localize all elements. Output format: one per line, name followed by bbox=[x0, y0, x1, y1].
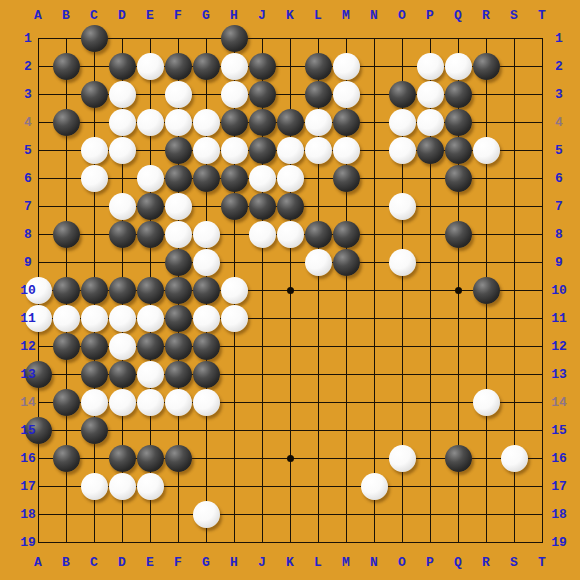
intersection-E12[interactable] bbox=[136, 332, 164, 360]
intersection-C18[interactable] bbox=[80, 500, 108, 528]
intersection-M2[interactable] bbox=[332, 52, 360, 80]
intersection-H13[interactable] bbox=[220, 360, 248, 388]
intersection-R13[interactable] bbox=[472, 360, 500, 388]
intersection-D19[interactable] bbox=[108, 528, 136, 556]
intersection-K6[interactable] bbox=[276, 164, 304, 192]
intersection-F14[interactable] bbox=[164, 388, 192, 416]
intersection-G15[interactable] bbox=[192, 416, 220, 444]
intersection-F10[interactable] bbox=[164, 276, 192, 304]
intersection-F2[interactable] bbox=[164, 52, 192, 80]
intersection-K19[interactable] bbox=[276, 528, 304, 556]
intersection-P6[interactable] bbox=[416, 164, 444, 192]
intersection-K10[interactable] bbox=[276, 276, 304, 304]
intersection-F15[interactable] bbox=[164, 416, 192, 444]
intersection-N15[interactable] bbox=[360, 416, 388, 444]
intersection-T4[interactable] bbox=[528, 108, 556, 136]
intersection-S15[interactable] bbox=[500, 416, 528, 444]
intersection-E10[interactable] bbox=[136, 276, 164, 304]
intersection-R9[interactable] bbox=[472, 248, 500, 276]
intersection-E9[interactable] bbox=[136, 248, 164, 276]
intersection-L2[interactable] bbox=[304, 52, 332, 80]
intersection-L16[interactable] bbox=[304, 444, 332, 472]
intersection-C16[interactable] bbox=[80, 444, 108, 472]
intersection-B18[interactable] bbox=[52, 500, 80, 528]
intersection-Q18[interactable] bbox=[444, 500, 472, 528]
intersection-E6[interactable] bbox=[136, 164, 164, 192]
intersection-H18[interactable] bbox=[220, 500, 248, 528]
intersection-K7[interactable] bbox=[276, 192, 304, 220]
intersection-S9[interactable] bbox=[500, 248, 528, 276]
intersection-R14[interactable] bbox=[472, 388, 500, 416]
intersection-D16[interactable] bbox=[108, 444, 136, 472]
intersection-K14[interactable] bbox=[276, 388, 304, 416]
intersection-J11[interactable] bbox=[248, 304, 276, 332]
intersection-G5[interactable] bbox=[192, 136, 220, 164]
intersection-M15[interactable] bbox=[332, 416, 360, 444]
intersection-J10[interactable] bbox=[248, 276, 276, 304]
intersection-K11[interactable] bbox=[276, 304, 304, 332]
intersection-E8[interactable] bbox=[136, 220, 164, 248]
intersection-L8[interactable] bbox=[304, 220, 332, 248]
intersection-T2[interactable] bbox=[528, 52, 556, 80]
intersection-S16[interactable] bbox=[500, 444, 528, 472]
intersection-M13[interactable] bbox=[332, 360, 360, 388]
intersection-P12[interactable] bbox=[416, 332, 444, 360]
intersection-M8[interactable] bbox=[332, 220, 360, 248]
intersection-J3[interactable] bbox=[248, 80, 276, 108]
intersection-C6[interactable] bbox=[80, 164, 108, 192]
intersection-B1[interactable] bbox=[52, 24, 80, 52]
intersection-Q16[interactable] bbox=[444, 444, 472, 472]
intersection-H14[interactable] bbox=[220, 388, 248, 416]
intersection-R2[interactable] bbox=[472, 52, 500, 80]
intersection-B6[interactable] bbox=[52, 164, 80, 192]
intersection-J14[interactable] bbox=[248, 388, 276, 416]
intersection-P18[interactable] bbox=[416, 500, 444, 528]
intersection-Q13[interactable] bbox=[444, 360, 472, 388]
intersection-D1[interactable] bbox=[108, 24, 136, 52]
intersection-D11[interactable] bbox=[108, 304, 136, 332]
intersection-R8[interactable] bbox=[472, 220, 500, 248]
intersection-C5[interactable] bbox=[80, 136, 108, 164]
intersection-B5[interactable] bbox=[52, 136, 80, 164]
intersection-F16[interactable] bbox=[164, 444, 192, 472]
intersection-D5[interactable] bbox=[108, 136, 136, 164]
intersection-P13[interactable] bbox=[416, 360, 444, 388]
intersection-O14[interactable] bbox=[388, 388, 416, 416]
intersection-Q19[interactable] bbox=[444, 528, 472, 556]
intersection-K3[interactable] bbox=[276, 80, 304, 108]
intersection-Q3[interactable] bbox=[444, 80, 472, 108]
intersection-Q9[interactable] bbox=[444, 248, 472, 276]
intersection-P1[interactable] bbox=[416, 24, 444, 52]
intersection-C13[interactable] bbox=[80, 360, 108, 388]
intersection-L14[interactable] bbox=[304, 388, 332, 416]
intersection-Q11[interactable] bbox=[444, 304, 472, 332]
intersection-O11[interactable] bbox=[388, 304, 416, 332]
intersection-L19[interactable] bbox=[304, 528, 332, 556]
intersection-N10[interactable] bbox=[360, 276, 388, 304]
intersection-T1[interactable] bbox=[528, 24, 556, 52]
intersection-N19[interactable] bbox=[360, 528, 388, 556]
intersection-C7[interactable] bbox=[80, 192, 108, 220]
intersection-D2[interactable] bbox=[108, 52, 136, 80]
intersection-B14[interactable] bbox=[52, 388, 80, 416]
intersection-L10[interactable] bbox=[304, 276, 332, 304]
intersection-B17[interactable] bbox=[52, 472, 80, 500]
intersection-Q5[interactable] bbox=[444, 136, 472, 164]
intersection-H11[interactable] bbox=[220, 304, 248, 332]
intersection-B12[interactable] bbox=[52, 332, 80, 360]
intersection-S18[interactable] bbox=[500, 500, 528, 528]
intersection-M16[interactable] bbox=[332, 444, 360, 472]
intersection-J13[interactable] bbox=[248, 360, 276, 388]
intersection-C12[interactable] bbox=[80, 332, 108, 360]
intersection-H6[interactable] bbox=[220, 164, 248, 192]
intersection-C14[interactable] bbox=[80, 388, 108, 416]
intersection-S19[interactable] bbox=[500, 528, 528, 556]
intersection-P4[interactable] bbox=[416, 108, 444, 136]
intersection-F13[interactable] bbox=[164, 360, 192, 388]
intersection-O4[interactable] bbox=[388, 108, 416, 136]
intersection-P10[interactable] bbox=[416, 276, 444, 304]
intersection-O15[interactable] bbox=[388, 416, 416, 444]
intersection-J6[interactable] bbox=[248, 164, 276, 192]
intersection-G6[interactable] bbox=[192, 164, 220, 192]
intersection-E19[interactable] bbox=[136, 528, 164, 556]
intersection-O13[interactable] bbox=[388, 360, 416, 388]
intersection-S2[interactable] bbox=[500, 52, 528, 80]
intersection-R17[interactable] bbox=[472, 472, 500, 500]
intersection-M1[interactable] bbox=[332, 24, 360, 52]
intersection-G8[interactable] bbox=[192, 220, 220, 248]
intersection-E18[interactable] bbox=[136, 500, 164, 528]
intersection-S11[interactable] bbox=[500, 304, 528, 332]
intersection-B11[interactable] bbox=[52, 304, 80, 332]
intersection-M4[interactable] bbox=[332, 108, 360, 136]
intersection-M18[interactable] bbox=[332, 500, 360, 528]
intersection-N6[interactable] bbox=[360, 164, 388, 192]
intersection-Q4[interactable] bbox=[444, 108, 472, 136]
intersection-K1[interactable] bbox=[276, 24, 304, 52]
intersection-J2[interactable] bbox=[248, 52, 276, 80]
intersection-F4[interactable] bbox=[164, 108, 192, 136]
intersection-N3[interactable] bbox=[360, 80, 388, 108]
intersection-M14[interactable] bbox=[332, 388, 360, 416]
intersection-D6[interactable] bbox=[108, 164, 136, 192]
intersection-H15[interactable] bbox=[220, 416, 248, 444]
intersection-H1[interactable] bbox=[220, 24, 248, 52]
intersection-D12[interactable] bbox=[108, 332, 136, 360]
intersection-R18[interactable] bbox=[472, 500, 500, 528]
intersection-O12[interactable] bbox=[388, 332, 416, 360]
intersection-L17[interactable] bbox=[304, 472, 332, 500]
intersection-M11[interactable] bbox=[332, 304, 360, 332]
intersection-M19[interactable] bbox=[332, 528, 360, 556]
intersection-F9[interactable] bbox=[164, 248, 192, 276]
intersection-N16[interactable] bbox=[360, 444, 388, 472]
intersection-H2[interactable] bbox=[220, 52, 248, 80]
intersection-Q17[interactable] bbox=[444, 472, 472, 500]
intersection-Q14[interactable] bbox=[444, 388, 472, 416]
intersection-K4[interactable] bbox=[276, 108, 304, 136]
intersection-G12[interactable] bbox=[192, 332, 220, 360]
intersection-J15[interactable] bbox=[248, 416, 276, 444]
intersection-F11[interactable] bbox=[164, 304, 192, 332]
intersection-C1[interactable] bbox=[80, 24, 108, 52]
intersection-H4[interactable] bbox=[220, 108, 248, 136]
intersection-H7[interactable] bbox=[220, 192, 248, 220]
intersection-J7[interactable] bbox=[248, 192, 276, 220]
intersection-F7[interactable] bbox=[164, 192, 192, 220]
intersection-K13[interactable] bbox=[276, 360, 304, 388]
intersection-R1[interactable] bbox=[472, 24, 500, 52]
intersection-P5[interactable] bbox=[416, 136, 444, 164]
intersection-R15[interactable] bbox=[472, 416, 500, 444]
intersection-R16[interactable] bbox=[472, 444, 500, 472]
intersection-P3[interactable] bbox=[416, 80, 444, 108]
intersection-L1[interactable] bbox=[304, 24, 332, 52]
intersection-H10[interactable] bbox=[220, 276, 248, 304]
intersection-H8[interactable] bbox=[220, 220, 248, 248]
intersection-J17[interactable] bbox=[248, 472, 276, 500]
intersection-O2[interactable] bbox=[388, 52, 416, 80]
intersection-N7[interactable] bbox=[360, 192, 388, 220]
intersection-F19[interactable] bbox=[164, 528, 192, 556]
intersection-F1[interactable] bbox=[164, 24, 192, 52]
intersection-F8[interactable] bbox=[164, 220, 192, 248]
intersection-J5[interactable] bbox=[248, 136, 276, 164]
intersection-K5[interactable] bbox=[276, 136, 304, 164]
intersection-O9[interactable] bbox=[388, 248, 416, 276]
intersection-D3[interactable] bbox=[108, 80, 136, 108]
intersection-D9[interactable] bbox=[108, 248, 136, 276]
intersection-L4[interactable] bbox=[304, 108, 332, 136]
intersection-B3[interactable] bbox=[52, 80, 80, 108]
intersection-R5[interactable] bbox=[472, 136, 500, 164]
intersection-N1[interactable] bbox=[360, 24, 388, 52]
intersection-G16[interactable] bbox=[192, 444, 220, 472]
intersection-P14[interactable] bbox=[416, 388, 444, 416]
intersection-H9[interactable] bbox=[220, 248, 248, 276]
intersection-K16[interactable] bbox=[276, 444, 304, 472]
intersection-R12[interactable] bbox=[472, 332, 500, 360]
intersection-C4[interactable] bbox=[80, 108, 108, 136]
intersection-H17[interactable] bbox=[220, 472, 248, 500]
intersection-E3[interactable] bbox=[136, 80, 164, 108]
intersection-S1[interactable] bbox=[500, 24, 528, 52]
intersection-O10[interactable] bbox=[388, 276, 416, 304]
intersection-Q15[interactable] bbox=[444, 416, 472, 444]
intersection-H5[interactable] bbox=[220, 136, 248, 164]
intersection-D15[interactable] bbox=[108, 416, 136, 444]
intersection-B15[interactable] bbox=[52, 416, 80, 444]
intersection-P16[interactable] bbox=[416, 444, 444, 472]
intersection-N8[interactable] bbox=[360, 220, 388, 248]
intersection-O3[interactable] bbox=[388, 80, 416, 108]
intersection-D13[interactable] bbox=[108, 360, 136, 388]
intersection-B13[interactable] bbox=[52, 360, 80, 388]
intersection-H19[interactable] bbox=[220, 528, 248, 556]
intersection-N2[interactable] bbox=[360, 52, 388, 80]
intersection-S3[interactable] bbox=[500, 80, 528, 108]
intersection-J18[interactable] bbox=[248, 500, 276, 528]
intersection-P17[interactable] bbox=[416, 472, 444, 500]
intersection-T6[interactable] bbox=[528, 164, 556, 192]
intersection-C2[interactable] bbox=[80, 52, 108, 80]
intersection-M9[interactable] bbox=[332, 248, 360, 276]
intersection-T8[interactable] bbox=[528, 220, 556, 248]
intersection-O1[interactable] bbox=[388, 24, 416, 52]
intersection-G10[interactable] bbox=[192, 276, 220, 304]
intersection-J4[interactable] bbox=[248, 108, 276, 136]
intersection-L9[interactable] bbox=[304, 248, 332, 276]
intersection-G7[interactable] bbox=[192, 192, 220, 220]
intersection-G19[interactable] bbox=[192, 528, 220, 556]
intersection-J12[interactable] bbox=[248, 332, 276, 360]
intersection-N13[interactable] bbox=[360, 360, 388, 388]
intersection-O19[interactable] bbox=[388, 528, 416, 556]
intersection-P2[interactable] bbox=[416, 52, 444, 80]
intersection-S7[interactable] bbox=[500, 192, 528, 220]
intersection-D10[interactable] bbox=[108, 276, 136, 304]
intersection-C8[interactable] bbox=[80, 220, 108, 248]
intersection-R11[interactable] bbox=[472, 304, 500, 332]
intersection-S12[interactable] bbox=[500, 332, 528, 360]
intersection-N17[interactable] bbox=[360, 472, 388, 500]
intersection-J8[interactable] bbox=[248, 220, 276, 248]
intersection-S10[interactable] bbox=[500, 276, 528, 304]
intersection-Q12[interactable] bbox=[444, 332, 472, 360]
intersection-S17[interactable] bbox=[500, 472, 528, 500]
intersection-F3[interactable] bbox=[164, 80, 192, 108]
intersection-B7[interactable] bbox=[52, 192, 80, 220]
intersection-G17[interactable] bbox=[192, 472, 220, 500]
intersection-K2[interactable] bbox=[276, 52, 304, 80]
intersection-Q8[interactable] bbox=[444, 220, 472, 248]
intersection-C19[interactable] bbox=[80, 528, 108, 556]
intersection-D7[interactable] bbox=[108, 192, 136, 220]
intersection-F17[interactable] bbox=[164, 472, 192, 500]
intersection-R10[interactable] bbox=[472, 276, 500, 304]
intersection-C15[interactable] bbox=[80, 416, 108, 444]
intersection-M5[interactable] bbox=[332, 136, 360, 164]
intersection-L7[interactable] bbox=[304, 192, 332, 220]
intersection-B9[interactable] bbox=[52, 248, 80, 276]
intersection-C17[interactable] bbox=[80, 472, 108, 500]
intersection-B2[interactable] bbox=[52, 52, 80, 80]
intersection-G13[interactable] bbox=[192, 360, 220, 388]
intersection-E11[interactable] bbox=[136, 304, 164, 332]
intersection-H16[interactable] bbox=[220, 444, 248, 472]
intersection-D8[interactable] bbox=[108, 220, 136, 248]
intersection-C3[interactable] bbox=[80, 80, 108, 108]
intersection-J16[interactable] bbox=[248, 444, 276, 472]
intersection-M6[interactable] bbox=[332, 164, 360, 192]
intersection-N5[interactable] bbox=[360, 136, 388, 164]
intersection-G9[interactable] bbox=[192, 248, 220, 276]
intersection-B16[interactable] bbox=[52, 444, 80, 472]
intersection-S4[interactable] bbox=[500, 108, 528, 136]
intersection-P7[interactable] bbox=[416, 192, 444, 220]
intersection-R19[interactable] bbox=[472, 528, 500, 556]
intersection-M3[interactable] bbox=[332, 80, 360, 108]
intersection-J9[interactable] bbox=[248, 248, 276, 276]
intersection-Q2[interactable] bbox=[444, 52, 472, 80]
intersection-M7[interactable] bbox=[332, 192, 360, 220]
intersection-G3[interactable] bbox=[192, 80, 220, 108]
intersection-R3[interactable] bbox=[472, 80, 500, 108]
intersection-F12[interactable] bbox=[164, 332, 192, 360]
intersection-S13[interactable] bbox=[500, 360, 528, 388]
intersection-L3[interactable] bbox=[304, 80, 332, 108]
intersection-G4[interactable] bbox=[192, 108, 220, 136]
intersection-E7[interactable] bbox=[136, 192, 164, 220]
intersection-B19[interactable] bbox=[52, 528, 80, 556]
intersection-Q1[interactable] bbox=[444, 24, 472, 52]
intersection-N12[interactable] bbox=[360, 332, 388, 360]
intersection-N11[interactable] bbox=[360, 304, 388, 332]
intersection-D18[interactable] bbox=[108, 500, 136, 528]
intersection-K15[interactable] bbox=[276, 416, 304, 444]
intersection-S8[interactable] bbox=[500, 220, 528, 248]
intersection-O6[interactable] bbox=[388, 164, 416, 192]
intersection-K9[interactable] bbox=[276, 248, 304, 276]
intersection-E14[interactable] bbox=[136, 388, 164, 416]
intersection-L5[interactable] bbox=[304, 136, 332, 164]
intersection-L13[interactable] bbox=[304, 360, 332, 388]
intersection-P11[interactable] bbox=[416, 304, 444, 332]
intersection-B10[interactable] bbox=[52, 276, 80, 304]
intersection-R4[interactable] bbox=[472, 108, 500, 136]
intersection-G18[interactable] bbox=[192, 500, 220, 528]
intersection-G2[interactable] bbox=[192, 52, 220, 80]
intersection-M10[interactable] bbox=[332, 276, 360, 304]
intersection-S6[interactable] bbox=[500, 164, 528, 192]
intersection-P19[interactable] bbox=[416, 528, 444, 556]
intersection-R7[interactable] bbox=[472, 192, 500, 220]
intersection-L11[interactable] bbox=[304, 304, 332, 332]
intersection-D4[interactable] bbox=[108, 108, 136, 136]
intersection-T7[interactable] bbox=[528, 192, 556, 220]
intersection-G1[interactable] bbox=[192, 24, 220, 52]
intersection-E4[interactable] bbox=[136, 108, 164, 136]
intersection-E16[interactable] bbox=[136, 444, 164, 472]
intersection-E13[interactable] bbox=[136, 360, 164, 388]
intersection-S5[interactable] bbox=[500, 136, 528, 164]
intersection-E5[interactable] bbox=[136, 136, 164, 164]
intersection-T3[interactable] bbox=[528, 80, 556, 108]
intersection-Q7[interactable] bbox=[444, 192, 472, 220]
intersection-L6[interactable] bbox=[304, 164, 332, 192]
intersection-J1[interactable] bbox=[248, 24, 276, 52]
intersection-K18[interactable] bbox=[276, 500, 304, 528]
intersection-C10[interactable] bbox=[80, 276, 108, 304]
intersection-E15[interactable] bbox=[136, 416, 164, 444]
intersection-K8[interactable] bbox=[276, 220, 304, 248]
intersection-H3[interactable] bbox=[220, 80, 248, 108]
intersection-L18[interactable] bbox=[304, 500, 332, 528]
intersection-M17[interactable] bbox=[332, 472, 360, 500]
intersection-D14[interactable] bbox=[108, 388, 136, 416]
intersection-C11[interactable] bbox=[80, 304, 108, 332]
intersection-E1[interactable] bbox=[136, 24, 164, 52]
intersection-P8[interactable] bbox=[416, 220, 444, 248]
intersection-E17[interactable] bbox=[136, 472, 164, 500]
intersection-T9[interactable] bbox=[528, 248, 556, 276]
intersection-Q10[interactable] bbox=[444, 276, 472, 304]
intersection-D17[interactable] bbox=[108, 472, 136, 500]
